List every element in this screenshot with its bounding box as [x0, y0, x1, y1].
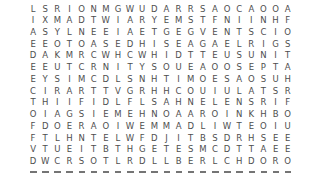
grid-cell[interactable]: O [88, 155, 100, 167]
grid-cell[interactable]: O [282, 155, 294, 167]
grid-cell[interactable]: T [233, 120, 245, 132]
grid-cell[interactable]: T [39, 144, 51, 156]
grid-cell[interactable]: N [221, 15, 233, 27]
grid-cell[interactable]: R [270, 155, 282, 167]
grid-cell[interactable]: E [39, 62, 51, 74]
grid-cell[interactable]: O [221, 3, 233, 15]
grid-cell[interactable]: C [257, 26, 269, 38]
grid-cell[interactable]: M [100, 3, 112, 15]
grid-cell[interactable]: T [88, 85, 100, 97]
grid-cell[interactable]: A [209, 3, 221, 15]
grid-cell[interactable]: E [136, 120, 148, 132]
grid-cell[interactable]: U [282, 120, 294, 132]
grid-cell[interactable]: N [76, 26, 88, 38]
grid-cell[interactable]: T [63, 62, 75, 74]
grid-cell[interactable]: Y [148, 15, 160, 27]
grid-cell[interactable]: H [136, 38, 148, 50]
grid-cell[interactable]: Y [39, 73, 51, 85]
grid-cell[interactable]: O [160, 108, 172, 120]
grid-cell[interactable]: H [63, 132, 75, 144]
grid-cell[interactable]: R [76, 50, 88, 62]
grid-cell[interactable]: A [39, 50, 51, 62]
grid-cell[interactable]: F [27, 132, 39, 144]
grid-cell[interactable]: A [124, 26, 136, 38]
grid-cell[interactable]: S [221, 73, 233, 85]
grid-cell[interactable]: U [173, 62, 185, 74]
grid-cell[interactable]: N [76, 132, 88, 144]
grid-cell[interactable]: T [257, 85, 269, 97]
grid-cell[interactable]: U [51, 144, 63, 156]
grid-cell[interactable]: O [257, 155, 269, 167]
grid-cell[interactable]: C [173, 85, 185, 97]
grid-cell[interactable]: M [63, 50, 75, 62]
grid-cell[interactable]: E [221, 38, 233, 50]
grid-cell[interactable]: J [160, 132, 172, 144]
grid-cell[interactable]: E [63, 120, 75, 132]
grid-cell[interactable]: R [88, 62, 100, 74]
grid-cell[interactable]: I [270, 50, 282, 62]
grid-cell[interactable]: I [88, 97, 100, 109]
grid-cell[interactable]: I [63, 97, 75, 109]
grid-cell[interactable]: W [124, 120, 136, 132]
grid-cell[interactable]: D [39, 120, 51, 132]
grid-cell[interactable]: R [173, 3, 185, 15]
grid-cell[interactable]: R [233, 132, 245, 144]
grid-cell[interactable]: I [209, 120, 221, 132]
grid-cell[interactable]: T [282, 50, 294, 62]
grid-cell[interactable]: I [51, 97, 63, 109]
grid-cell[interactable]: H [112, 50, 124, 62]
grid-cell[interactable]: T [197, 50, 209, 62]
grid-cell[interactable]: E [282, 132, 294, 144]
grid-cell[interactable]: U [245, 50, 257, 62]
grid-cell[interactable]: H [282, 73, 294, 85]
grid-cell[interactable]: U [221, 85, 233, 97]
grid-cell[interactable]: C [88, 50, 100, 62]
grid-cell[interactable]: S [76, 155, 88, 167]
grid-cell[interactable]: C [124, 50, 136, 62]
grid-cell[interactable]: T [112, 144, 124, 156]
grid-cell[interactable]: S [270, 85, 282, 97]
grid-cell[interactable]: A [233, 73, 245, 85]
grid-cell[interactable]: I [173, 132, 185, 144]
grid-cell[interactable]: M [51, 15, 63, 27]
grid-cell[interactable]: M [148, 120, 160, 132]
grid-cell[interactable]: W [100, 15, 112, 27]
grid-cell[interactable]: S [245, 97, 257, 109]
grid-cell[interactable]: H [148, 85, 160, 97]
grid-cell[interactable]: H [136, 108, 148, 120]
grid-cell[interactable]: D [27, 50, 39, 62]
grid-cell[interactable]: E [173, 144, 185, 156]
grid-cell[interactable]: R [124, 155, 136, 167]
grid-cell[interactable]: T [197, 15, 209, 27]
grid-cell[interactable]: O [282, 108, 294, 120]
grid-cell[interactable]: T [160, 73, 172, 85]
grid-cell[interactable]: T [27, 97, 39, 109]
grid-cell[interactable]: O [221, 62, 233, 74]
grid-cell[interactable]: F [282, 15, 294, 27]
grid-cell[interactable]: T [160, 144, 172, 156]
grid-cell[interactable]: E [39, 38, 51, 50]
grid-cell[interactable]: L [136, 97, 148, 109]
grid-cell[interactable]: D [173, 50, 185, 62]
grid-cell[interactable]: I [63, 3, 75, 15]
grid-cell[interactable]: A [282, 3, 294, 15]
grid-cell[interactable]: G [160, 26, 172, 38]
grid-cell[interactable]: L [112, 155, 124, 167]
grid-cell[interactable]: E [160, 15, 172, 27]
grid-cell[interactable]: L [209, 155, 221, 167]
grid-cell[interactable]: G [124, 85, 136, 97]
grid-cell[interactable]: T [100, 155, 112, 167]
grid-cell[interactable]: A [88, 120, 100, 132]
grid-cell[interactable]: I [270, 26, 282, 38]
grid-cell[interactable]: C [27, 85, 39, 97]
grid-cell[interactable]: E [245, 62, 257, 74]
grid-cell[interactable]: D [76, 15, 88, 27]
grid-cell[interactable]: E [270, 144, 282, 156]
grid-cell[interactable]: W [39, 155, 51, 167]
grid-cell[interactable]: I [39, 85, 51, 97]
grid-cell[interactable]: A [63, 15, 75, 27]
grid-cell[interactable]: W [100, 50, 112, 62]
grid-cell[interactable]: I [63, 73, 75, 85]
grid-cell[interactable]: F [136, 132, 148, 144]
grid-cell[interactable]: E [245, 120, 257, 132]
grid-cell[interactable]: E [100, 132, 112, 144]
grid-cell[interactable]: C [88, 73, 100, 85]
grid-cell[interactable]: U [136, 3, 148, 15]
grid-cell[interactable]: B [197, 132, 209, 144]
grid-cell[interactable]: W [136, 50, 148, 62]
grid-cell[interactable]: E [112, 38, 124, 50]
grid-cell[interactable]: O [257, 120, 269, 132]
grid-cell[interactable]: O [185, 85, 197, 97]
grid-cell[interactable]: A [245, 3, 257, 15]
grid-cell[interactable]: R [136, 85, 148, 97]
grid-cell[interactable]: S [148, 62, 160, 74]
grid-cell[interactable]: O [76, 3, 88, 15]
grid-cell[interactable]: W [124, 132, 136, 144]
grid-cell[interactable]: S [209, 132, 221, 144]
grid-cell[interactable]: F [282, 97, 294, 109]
grid-cell[interactable]: L [51, 132, 63, 144]
grid-cell[interactable]: I [88, 108, 100, 120]
grid-cell[interactable]: E [185, 62, 197, 74]
grid-cell[interactable]: A [88, 38, 100, 50]
grid-cell[interactable]: B [100, 144, 112, 156]
grid-cell[interactable]: O [209, 62, 221, 74]
grid-cell[interactable]: S [233, 62, 245, 74]
grid-cell[interactable]: R [63, 155, 75, 167]
grid-cell[interactable]: M [173, 15, 185, 27]
grid-cell[interactable]: D [148, 3, 160, 15]
grid-cell[interactable]: A [197, 62, 209, 74]
grid-cell[interactable]: H [233, 155, 245, 167]
grid-cell[interactable]: T [88, 132, 100, 144]
grid-cell[interactable]: T [124, 62, 136, 74]
grid-cell[interactable]: F [27, 120, 39, 132]
grid-cell[interactable]: I [112, 62, 124, 74]
grid-cell[interactable]: E [185, 155, 197, 167]
grid-cell[interactable]: I [173, 73, 185, 85]
grid-cell[interactable]: L [160, 155, 172, 167]
grid-cell[interactable]: R [51, 85, 63, 97]
grid-cell[interactable]: E [136, 26, 148, 38]
grid-cell[interactable]: A [257, 144, 269, 156]
grid-cell[interactable]: S [233, 50, 245, 62]
grid-cell[interactable]: G [185, 26, 197, 38]
grid-cell[interactable]: W [124, 3, 136, 15]
grid-cell[interactable]: S [51, 73, 63, 85]
grid-cell[interactable]: S [185, 15, 197, 27]
grid-cell[interactable]: N [100, 62, 112, 74]
grid-cell[interactable]: M [185, 73, 197, 85]
grid-cell[interactable]: X [39, 15, 51, 27]
grid-cell[interactable]: H [245, 132, 257, 144]
grid-cell[interactable]: S [197, 3, 209, 15]
grid-cell[interactable]: U [51, 62, 63, 74]
grid-cell[interactable]: H [39, 97, 51, 109]
grid-cell[interactable]: D [185, 120, 197, 132]
grid-cell[interactable]: D [136, 155, 148, 167]
grid-cell[interactable]: N [257, 50, 269, 62]
grid-cell[interactable]: B [270, 108, 282, 120]
grid-cell[interactable]: I [112, 15, 124, 27]
grid-cell[interactable]: O [209, 108, 221, 120]
grid-cell[interactable]: G [197, 38, 209, 50]
grid-cell[interactable]: C [76, 62, 88, 74]
grid-cell[interactable]: G [63, 108, 75, 120]
grid-cell[interactable]: E [27, 62, 39, 74]
grid-cell[interactable]: W [221, 120, 233, 132]
grid-cell[interactable]: O [197, 73, 209, 85]
grid-cell[interactable]: O [27, 108, 39, 120]
grid-cell[interactable]: D [100, 97, 112, 109]
grid-cell[interactable]: E [270, 132, 282, 144]
grid-cell[interactable]: L [63, 26, 75, 38]
grid-cell[interactable]: B [173, 155, 185, 167]
grid-cell[interactable]: O [270, 3, 282, 15]
grid-cell[interactable]: I [148, 38, 160, 50]
grid-cell[interactable]: N [221, 26, 233, 38]
grid-cell[interactable]: S [257, 132, 269, 144]
grid-cell[interactable]: E [209, 73, 221, 85]
grid-cell[interactable]: C [233, 3, 245, 15]
grid-cell[interactable]: T [233, 26, 245, 38]
grid-cell[interactable]: O [100, 120, 112, 132]
grid-cell[interactable]: L [209, 97, 221, 109]
grid-cell[interactable]: O [245, 73, 257, 85]
grid-cell[interactable]: V [197, 26, 209, 38]
grid-cell[interactable]: T [270, 62, 282, 74]
word-search-grid[interactable]: LSRIONMGWUDARRSAOCAOOAIXMADTWIARYEMSTFNI… [27, 3, 294, 167]
grid-cell[interactable]: E [148, 144, 160, 156]
grid-cell[interactable]: A [63, 85, 75, 97]
grid-cell[interactable]: T [148, 26, 160, 38]
grid-cell[interactable]: S [282, 38, 294, 50]
grid-cell[interactable]: R [76, 120, 88, 132]
grid-cell[interactable]: T [100, 85, 112, 97]
grid-cell[interactable]: N [88, 3, 100, 15]
grid-cell[interactable]: A [185, 108, 197, 120]
grid-cell[interactable]: S [39, 26, 51, 38]
grid-cell[interactable]: D [245, 155, 257, 167]
grid-cell[interactable]: E [209, 26, 221, 38]
grid-cell[interactable]: T [88, 15, 100, 27]
grid-cell[interactable]: A [160, 3, 172, 15]
grid-cell[interactable]: H [270, 15, 282, 27]
grid-cell[interactable]: N [136, 73, 148, 85]
grid-cell[interactable]: A [209, 38, 221, 50]
grid-cell[interactable]: I [245, 15, 257, 27]
grid-cell[interactable]: M [160, 120, 172, 132]
grid-cell[interactable]: C [51, 155, 63, 167]
grid-cell[interactable]: A [185, 38, 197, 50]
grid-cell[interactable]: A [245, 85, 257, 97]
grid-cell[interactable]: T [63, 38, 75, 50]
grid-cell[interactable]: H [124, 144, 136, 156]
grid-cell[interactable]: I [233, 15, 245, 27]
grid-cell[interactable]: N [233, 97, 245, 109]
grid-cell[interactable]: N [233, 108, 245, 120]
grid-cell[interactable]: A [173, 108, 185, 120]
grid-cell[interactable]: D [221, 132, 233, 144]
grid-cell[interactable]: A [124, 15, 136, 27]
grid-cell[interactable]: I [270, 97, 282, 109]
grid-cell[interactable]: E [221, 97, 233, 109]
grid-cell[interactable]: N [257, 15, 269, 27]
grid-cell[interactable]: A [282, 62, 294, 74]
grid-cell[interactable]: L [148, 155, 160, 167]
grid-cell[interactable]: S [257, 73, 269, 85]
grid-cell[interactable]: R [245, 38, 257, 50]
grid-cell[interactable]: I [76, 144, 88, 156]
grid-cell[interactable]: I [221, 108, 233, 120]
grid-cell[interactable]: S [124, 73, 136, 85]
grid-cell[interactable]: I [27, 15, 39, 27]
grid-cell[interactable]: R [51, 3, 63, 15]
grid-cell[interactable]: E [27, 73, 39, 85]
grid-cell[interactable]: P [257, 62, 269, 74]
grid-cell[interactable]: O [282, 26, 294, 38]
grid-cell[interactable]: T [88, 144, 100, 156]
grid-cell[interactable]: O [76, 38, 88, 50]
grid-cell[interactable]: E [173, 38, 185, 50]
grid-cell[interactable]: F [76, 97, 88, 109]
grid-cell[interactable]: D [148, 132, 160, 144]
grid-cell[interactable]: F [209, 15, 221, 27]
grid-cell[interactable]: V [112, 85, 124, 97]
grid-cell[interactable]: E [27, 38, 39, 50]
grid-cell[interactable]: U [197, 85, 209, 97]
grid-cell[interactable]: L [112, 132, 124, 144]
grid-cell[interactable]: H [173, 97, 185, 109]
grid-cell[interactable]: A [51, 108, 63, 120]
grid-cell[interactable]: T [185, 132, 197, 144]
grid-cell[interactable]: O [51, 120, 63, 132]
grid-cell[interactable]: R [185, 3, 197, 15]
grid-cell[interactable]: G [270, 38, 282, 50]
grid-cell[interactable]: L [233, 38, 245, 50]
grid-cell[interactable]: D [100, 73, 112, 85]
grid-cell[interactable]: K [245, 108, 257, 120]
grid-cell[interactable]: M [76, 73, 88, 85]
grid-cell[interactable]: O [51, 38, 63, 50]
grid-cell[interactable]: F [124, 97, 136, 109]
grid-cell[interactable]: E [173, 26, 185, 38]
grid-cell[interactable]: T [233, 144, 245, 156]
grid-cell[interactable]: I [257, 38, 269, 50]
grid-cell[interactable]: H [160, 85, 172, 97]
grid-cell[interactable]: I [209, 85, 221, 97]
grid-cell[interactable]: S [245, 26, 257, 38]
grid-cell[interactable]: S [185, 144, 197, 156]
grid-cell[interactable]: S [76, 108, 88, 120]
grid-cell[interactable]: C [221, 155, 233, 167]
grid-cell[interactable]: H [148, 73, 160, 85]
grid-cell[interactable]: L [112, 97, 124, 109]
grid-cell[interactable]: R [257, 97, 269, 109]
grid-cell[interactable]: T [39, 132, 51, 144]
grid-cell[interactable]: I [270, 120, 282, 132]
grid-cell[interactable]: E [197, 97, 209, 109]
grid-cell[interactable]: D [27, 155, 39, 167]
grid-cell[interactable]: E [100, 108, 112, 120]
grid-cell[interactable]: Y [136, 62, 148, 74]
grid-cell[interactable]: E [63, 144, 75, 156]
grid-cell[interactable]: T [185, 50, 197, 62]
grid-cell[interactable]: R [136, 15, 148, 27]
grid-cell[interactable]: H [148, 50, 160, 62]
grid-cell[interactable]: E [88, 26, 100, 38]
grid-cell[interactable]: R [282, 85, 294, 97]
grid-cell[interactable]: L [197, 120, 209, 132]
grid-cell[interactable]: D [221, 144, 233, 156]
grid-cell[interactable]: I [160, 50, 172, 62]
grid-cell[interactable]: S [148, 97, 160, 109]
grid-cell[interactable]: N [185, 97, 197, 109]
grid-cell[interactable]: S [160, 38, 172, 50]
grid-cell[interactable]: E [100, 26, 112, 38]
grid-cell[interactable]: Y [51, 26, 63, 38]
grid-cell[interactable]: L [27, 3, 39, 15]
grid-cell[interactable]: A [160, 97, 172, 109]
grid-cell[interactable]: I [39, 108, 51, 120]
grid-cell[interactable]: E [124, 108, 136, 120]
grid-cell[interactable]: C [209, 144, 221, 156]
grid-cell[interactable]: I [112, 26, 124, 38]
grid-cell[interactable]: A [27, 26, 39, 38]
grid-cell[interactable]: E [209, 50, 221, 62]
grid-cell[interactable]: M [197, 144, 209, 156]
grid-cell[interactable]: R [197, 155, 209, 167]
grid-cell[interactable]: M [112, 108, 124, 120]
grid-cell[interactable]: S [100, 38, 112, 50]
grid-cell[interactable]: L [112, 73, 124, 85]
grid-cell[interactable]: R [197, 108, 209, 120]
grid-cell[interactable]: L [233, 85, 245, 97]
grid-cell[interactable]: S [39, 3, 51, 15]
grid-cell[interactable]: O [257, 3, 269, 15]
grid-cell[interactable]: E [282, 144, 294, 156]
grid-cell[interactable]: R [76, 85, 88, 97]
grid-cell[interactable]: A [173, 120, 185, 132]
grid-cell[interactable]: V [27, 144, 39, 156]
grid-cell[interactable]: T [245, 144, 257, 156]
grid-cell[interactable]: D [124, 38, 136, 50]
